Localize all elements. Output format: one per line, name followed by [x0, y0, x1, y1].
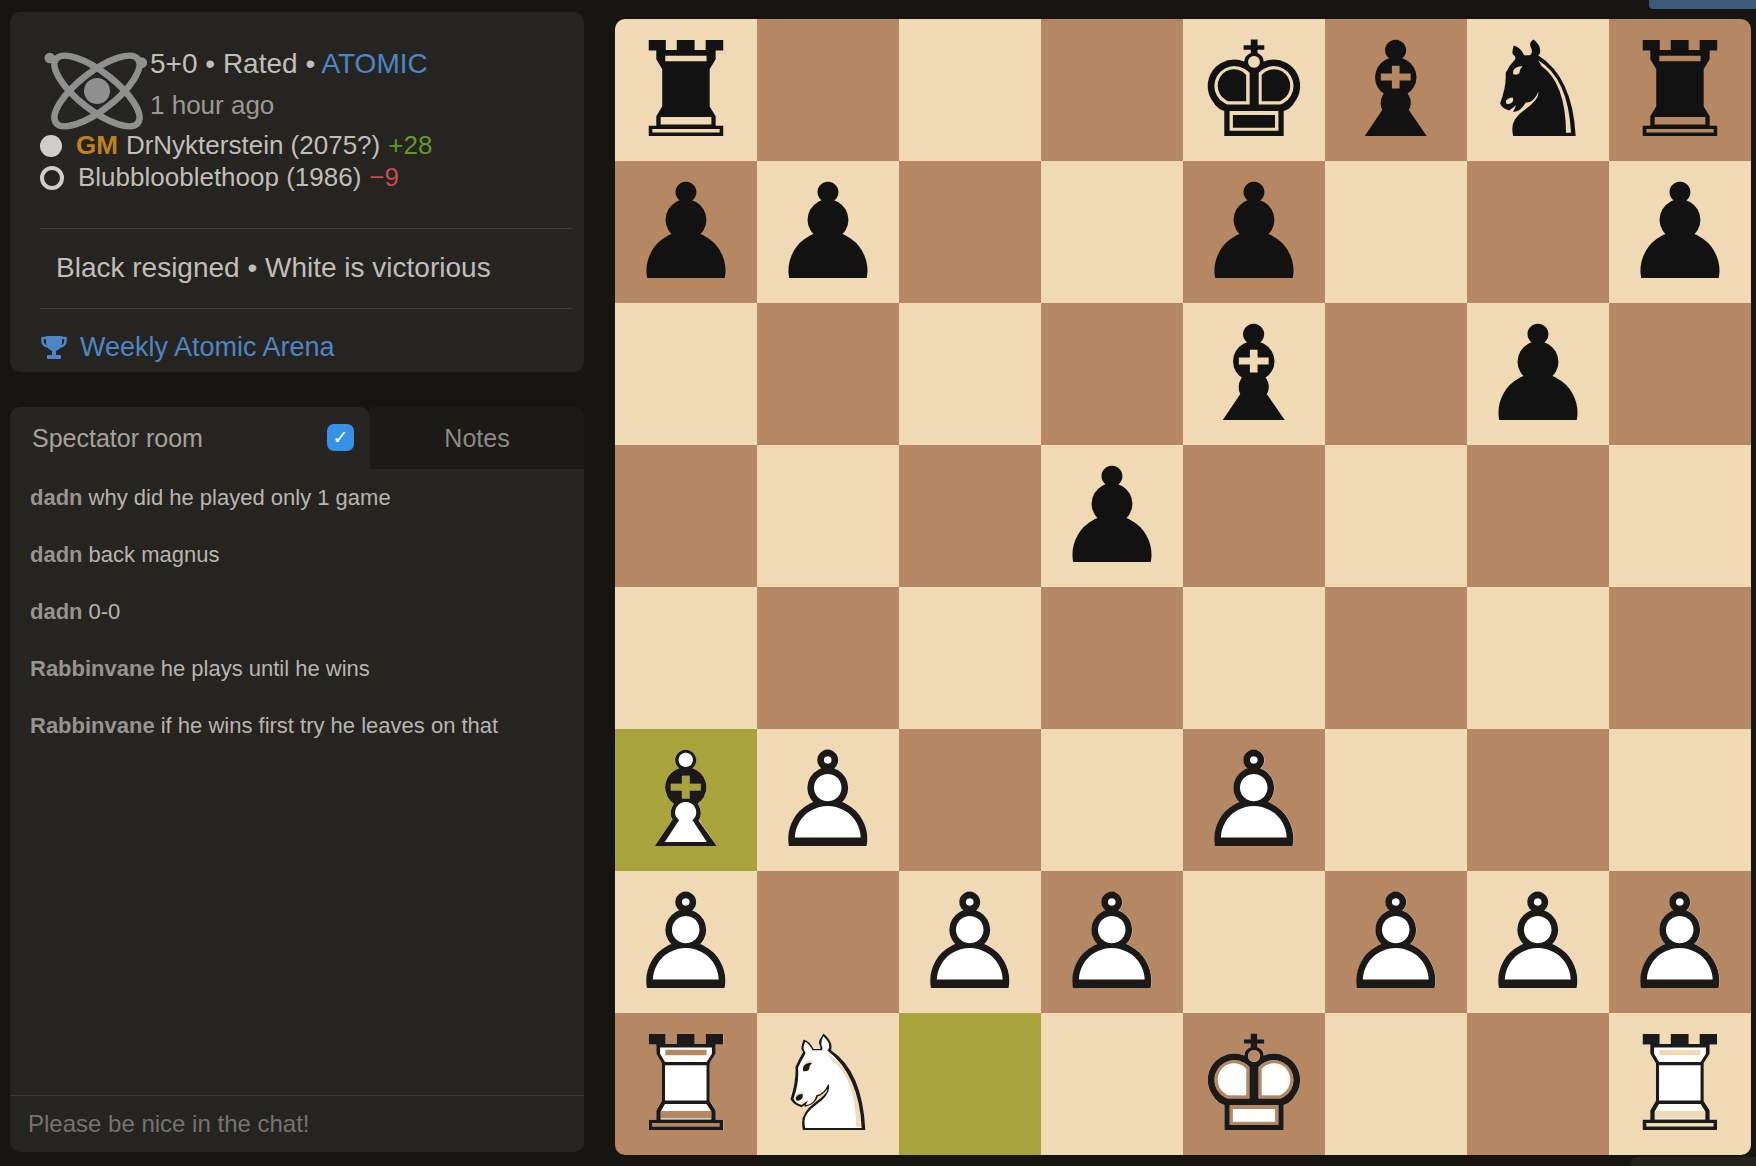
square-d6[interactable] — [1041, 303, 1183, 445]
black-knight-g8: ♞ — [1467, 19, 1609, 161]
tab-notes[interactable]: Notes — [370, 407, 584, 469]
black-color-icon — [40, 166, 64, 190]
time-ago: 1 hour ago — [150, 90, 274, 121]
square-h5[interactable] — [1609, 445, 1751, 587]
white-pawn-c2: ♟♙ — [899, 871, 1041, 1013]
chat-message-list: dadnwhy did he played only 1 gamedadnbac… — [10, 469, 584, 1095]
square-g7[interactable] — [1467, 161, 1609, 303]
square-f1[interactable] — [1325, 1013, 1467, 1155]
chat-username[interactable]: dadn — [30, 485, 83, 510]
square-g1[interactable] — [1467, 1013, 1609, 1155]
black-pawn-g6: ♟ — [1467, 303, 1609, 445]
square-g8[interactable]: ♞ — [1467, 19, 1609, 161]
square-e2[interactable] — [1183, 871, 1325, 1013]
player-title: GM — [76, 130, 118, 160]
game-meta-line: 5+0 • Rated • ATOMIC — [150, 48, 428, 80]
black-rook-h8: ♜ — [1609, 19, 1751, 161]
top-right-cutoff-element — [1649, 0, 1756, 9]
square-d2[interactable]: ♟♙ — [1041, 871, 1183, 1013]
square-b7[interactable]: ♟ — [757, 161, 899, 303]
square-f6[interactable] — [1325, 303, 1467, 445]
square-a7[interactable]: ♟ — [615, 161, 757, 303]
square-a3[interactable]: ♝♗ — [615, 729, 757, 871]
time-control: 5+0 — [150, 48, 198, 79]
trophy-icon — [40, 333, 68, 361]
black-pawn-e7: ♟ — [1183, 161, 1325, 303]
square-e3[interactable]: ♟♙ — [1183, 729, 1325, 871]
square-f7[interactable] — [1325, 161, 1467, 303]
square-h1[interactable]: ♜♖ — [1609, 1013, 1751, 1155]
square-f8[interactable]: ♝ — [1325, 19, 1467, 161]
white-color-icon — [40, 135, 62, 157]
black-pawn-b7: ♟ — [757, 161, 899, 303]
square-b6[interactable] — [757, 303, 899, 445]
square-d5[interactable]: ♟ — [1041, 445, 1183, 587]
square-b1[interactable]: ♞♘ — [757, 1013, 899, 1155]
tab-spectator-room[interactable]: Spectator room ✓ — [10, 407, 370, 469]
square-a8[interactable]: ♜ — [615, 19, 757, 161]
white-pawn-d2: ♟♙ — [1041, 871, 1183, 1013]
square-e8[interactable]: ♚ — [1183, 19, 1325, 161]
square-e4[interactable] — [1183, 587, 1325, 729]
rating-delta: −9 — [369, 162, 399, 192]
chat-username[interactable]: Rabbinvane — [30, 656, 155, 681]
white-rook-a1: ♜♖ — [615, 1013, 757, 1155]
square-c5[interactable] — [899, 445, 1041, 587]
square-c4[interactable] — [899, 587, 1041, 729]
square-f4[interactable] — [1325, 587, 1467, 729]
square-c6[interactable] — [899, 303, 1041, 445]
game-info-panel: 5+0 • Rated • ATOMIC 1 hour ago GMDrNykt… — [10, 12, 584, 372]
square-f5[interactable] — [1325, 445, 1467, 587]
chat-tab-row: Spectator room ✓ Notes — [10, 407, 584, 469]
player-name-link[interactable]: Blubblooblethoop — [78, 162, 279, 192]
square-h4[interactable] — [1609, 587, 1751, 729]
black-king-e8: ♚ — [1183, 19, 1325, 161]
chat-message: dadnwhy did he played only 1 game — [30, 483, 564, 513]
clock-time: 0:00 — [1664, 1161, 1718, 1166]
white-pawn-g2: ♟♙ — [1467, 871, 1609, 1013]
square-d8[interactable] — [1041, 19, 1183, 161]
square-b4[interactable] — [757, 587, 899, 729]
chat-message: Rabbinvaneif he wins first try he leaves… — [30, 711, 564, 741]
chat-username[interactable]: dadn — [30, 599, 83, 624]
rating-delta: +28 — [388, 130, 432, 160]
black-bishop-e6: ♝ — [1183, 303, 1325, 445]
square-a2[interactable]: ♟♙ — [615, 871, 757, 1013]
divider — [40, 228, 572, 229]
white-bishop-a3: ♝♗ — [615, 729, 757, 871]
player-row-white: GMDrNykterstein (2075?)+28 — [40, 130, 432, 160]
square-h2[interactable]: ♟♙ — [1609, 871, 1751, 1013]
white-pawn-b3: ♟♙ — [757, 729, 899, 871]
chat-message: Rabbinvanehe plays until he wins — [30, 654, 564, 684]
white-pawn-f2: ♟♙ — [1325, 871, 1467, 1013]
square-c3[interactable] — [899, 729, 1041, 871]
chat-message: dadn0-0 — [30, 597, 564, 627]
square-h7[interactable]: ♟ — [1609, 161, 1751, 303]
square-g4[interactable] — [1467, 587, 1609, 729]
tournament-name: Weekly Atomic Arena — [80, 332, 335, 362]
player-name-link[interactable]: DrNykterstein — [126, 130, 283, 160]
square-g3[interactable] — [1467, 729, 1609, 871]
square-e5[interactable] — [1183, 445, 1325, 587]
square-f2[interactable]: ♟♙ — [1325, 871, 1467, 1013]
square-b2[interactable] — [757, 871, 899, 1013]
game-result-status: Black resigned • White is victorious — [56, 252, 491, 284]
board: ♜♚♝♞♜♟♟♟♟♝♟♟♝♗♟♙♟♙♟♙♟♙♟♙♟♙♟♙♟♙♜♖♞♘♚♔♜♖ — [615, 19, 1751, 1155]
square-b8[interactable] — [757, 19, 899, 161]
square-c8[interactable] — [899, 19, 1041, 161]
white-rook-h1: ♜♖ — [1609, 1013, 1751, 1155]
white-knight-b1: ♞♘ — [757, 1013, 899, 1155]
square-b3[interactable]: ♟♙ — [757, 729, 899, 871]
white-pawn-e3: ♟♙ — [1183, 729, 1325, 871]
chat-input[interactable] — [10, 1096, 584, 1152]
tournament-link[interactable]: Weekly Atomic Arena — [40, 332, 335, 363]
square-c7[interactable] — [899, 161, 1041, 303]
check-icon: ✓ — [333, 427, 349, 448]
square-d3[interactable] — [1041, 729, 1183, 871]
square-c2[interactable]: ♟♙ — [899, 871, 1041, 1013]
square-e6[interactable]: ♝ — [1183, 303, 1325, 445]
variant-link[interactable]: ATOMIC — [321, 48, 427, 79]
black-pawn-d5: ♟ — [1041, 445, 1183, 587]
square-e1[interactable]: ♚♔ — [1183, 1013, 1325, 1155]
square-a6[interactable] — [615, 303, 757, 445]
white-king-e1: ♚♔ — [1183, 1013, 1325, 1155]
player-rating: (2075?) — [291, 130, 381, 160]
square-h3[interactable] — [1609, 729, 1751, 871]
chat-message: dadnback magnus — [30, 540, 564, 570]
square-e7[interactable]: ♟ — [1183, 161, 1325, 303]
square-c1[interactable] — [899, 1013, 1041, 1155]
white-pawn-h2: ♟♙ — [1609, 871, 1751, 1013]
rated-label: Rated — [223, 48, 298, 79]
square-a4[interactable] — [615, 587, 757, 729]
divider — [40, 308, 572, 309]
chat-input-wrap — [10, 1095, 584, 1152]
chat-panel: dadnwhy did he played only 1 gamedadnbac… — [10, 469, 584, 1152]
square-h6[interactable] — [1609, 303, 1751, 445]
chat-username[interactable]: dadn — [30, 542, 83, 567]
player-rating: (1986) — [286, 162, 361, 192]
square-f3[interactable] — [1325, 729, 1467, 871]
black-rook-a8: ♜ — [615, 19, 757, 161]
player-row-black: Blubblooblethoop (1986)−9 — [40, 162, 399, 192]
black-bishop-f8: ♝ — [1325, 19, 1467, 161]
square-a1[interactable]: ♜♖ — [615, 1013, 757, 1155]
square-h8[interactable]: ♜ — [1609, 19, 1751, 161]
white-pawn-a2: ♟♙ — [615, 871, 757, 1013]
square-d7[interactable] — [1041, 161, 1183, 303]
chat-toggle-checkbox[interactable]: ✓ — [327, 424, 354, 451]
square-b5[interactable] — [757, 445, 899, 587]
square-g5[interactable] — [1467, 445, 1609, 587]
clock-cutoff: 0:00 — [1630, 1157, 1756, 1166]
black-pawn-a7: ♟ — [615, 161, 757, 303]
square-a5[interactable] — [615, 445, 757, 587]
square-d1[interactable] — [1041, 1013, 1183, 1155]
chat-username[interactable]: Rabbinvane — [30, 713, 155, 738]
black-pawn-h7: ♟ — [1609, 161, 1751, 303]
square-g2[interactable]: ♟♙ — [1467, 871, 1609, 1013]
square-g6[interactable]: ♟ — [1467, 303, 1609, 445]
square-d4[interactable] — [1041, 587, 1183, 729]
